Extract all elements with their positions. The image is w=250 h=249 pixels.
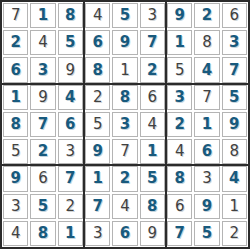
sudoku-cell-r5c2[interactable]: 7: [30, 112, 55, 137]
sudoku-cell-r1c8[interactable]: 2: [194, 3, 219, 28]
sudoku-cell-r1c2[interactable]: 1: [30, 3, 55, 28]
sudoku-cell-r3c2[interactable]: 3: [30, 57, 55, 82]
sudoku-cell-r3c9[interactable]: 7: [222, 57, 247, 82]
sudoku-cell-r4c2[interactable]: 9: [30, 85, 55, 110]
sudoku-cell-r7c3[interactable]: 7: [58, 166, 83, 191]
sudoku-cell-r7c6[interactable]: 5: [140, 166, 165, 191]
sudoku-cell-r3c7[interactable]: 5: [167, 57, 192, 82]
sudoku-cell-r7c1[interactable]: 9: [3, 166, 28, 191]
sudoku-cell-r9c2[interactable]: 8: [30, 221, 55, 246]
sudoku-cell-r1c1[interactable]: 7: [3, 3, 28, 28]
box-divider-horizontal-2: [2, 164, 248, 166]
sudoku-board: 7184539262456971836398125471942863758765…: [0, 0, 250, 249]
sudoku-cell-r2c3[interactable]: 5: [58, 30, 83, 55]
sudoku-cell-r8c8[interactable]: 9: [194, 194, 219, 219]
sudoku-cell-r3c6[interactable]: 2: [140, 57, 165, 82]
sudoku-cell-r2c2[interactable]: 4: [30, 30, 55, 55]
sudoku-cell-r6c9[interactable]: 8: [222, 139, 247, 164]
sudoku-cell-r4c3[interactable]: 4: [58, 85, 83, 110]
sudoku-cell-r9c9[interactable]: 2: [222, 221, 247, 246]
sudoku-cell-r8c1[interactable]: 3: [3, 194, 28, 219]
sudoku-cell-r1c3[interactable]: 8: [58, 3, 83, 28]
sudoku-cell-r5c5[interactable]: 3: [112, 112, 137, 137]
sudoku-cell-r7c9[interactable]: 4: [222, 166, 247, 191]
sudoku-cell-r2c4[interactable]: 6: [85, 30, 110, 55]
sudoku-cell-r8c9[interactable]: 1: [222, 194, 247, 219]
sudoku-cell-r6c3[interactable]: 3: [58, 139, 83, 164]
box-divider-horizontal-1: [2, 83, 248, 85]
sudoku-cell-r3c1[interactable]: 6: [3, 57, 28, 82]
sudoku-cell-r8c6[interactable]: 8: [140, 194, 165, 219]
sudoku-cell-r1c6[interactable]: 3: [140, 3, 165, 28]
sudoku-cell-r4c6[interactable]: 6: [140, 85, 165, 110]
sudoku-cell-r9c4[interactable]: 3: [85, 221, 110, 246]
sudoku-cell-r5c1[interactable]: 8: [3, 112, 28, 137]
sudoku-grid: 7184539262456971836398125471942863758765…: [2, 2, 248, 247]
sudoku-cell-r3c5[interactable]: 1: [112, 57, 137, 82]
sudoku-cell-r6c7[interactable]: 4: [167, 139, 192, 164]
sudoku-cell-r1c5[interactable]: 5: [112, 3, 137, 28]
sudoku-cell-r6c8[interactable]: 6: [194, 139, 219, 164]
sudoku-cell-r9c8[interactable]: 5: [194, 221, 219, 246]
sudoku-cell-r4c4[interactable]: 2: [85, 85, 110, 110]
sudoku-cell-r4c8[interactable]: 7: [194, 85, 219, 110]
sudoku-cell-r9c3[interactable]: 1: [58, 221, 83, 246]
sudoku-cell-r6c5[interactable]: 7: [112, 139, 137, 164]
sudoku-cell-r8c4[interactable]: 7: [85, 194, 110, 219]
sudoku-cell-r5c4[interactable]: 5: [85, 112, 110, 137]
sudoku-cell-r1c9[interactable]: 6: [222, 3, 247, 28]
sudoku-cell-r9c6[interactable]: 9: [140, 221, 165, 246]
sudoku-cell-r3c3[interactable]: 9: [58, 57, 83, 82]
sudoku-cell-r6c4[interactable]: 9: [85, 139, 110, 164]
sudoku-cell-r2c1[interactable]: 2: [3, 30, 28, 55]
box-divider-vertical-1: [83, 2, 85, 247]
sudoku-cell-r2c9[interactable]: 3: [222, 30, 247, 55]
sudoku-cell-r9c7[interactable]: 7: [167, 221, 192, 246]
sudoku-cell-r5c6[interactable]: 4: [140, 112, 165, 137]
sudoku-cell-r1c4[interactable]: 4: [85, 3, 110, 28]
sudoku-cell-r7c7[interactable]: 8: [167, 166, 192, 191]
sudoku-cell-r2c7[interactable]: 1: [167, 30, 192, 55]
sudoku-cell-r6c2[interactable]: 2: [30, 139, 55, 164]
sudoku-cell-r3c8[interactable]: 4: [194, 57, 219, 82]
sudoku-cell-r8c3[interactable]: 2: [58, 194, 83, 219]
sudoku-cell-r7c2[interactable]: 6: [30, 166, 55, 191]
sudoku-cell-r2c5[interactable]: 9: [112, 30, 137, 55]
sudoku-cell-r5c7[interactable]: 2: [167, 112, 192, 137]
sudoku-cell-r7c8[interactable]: 3: [194, 166, 219, 191]
sudoku-cell-r7c4[interactable]: 1: [85, 166, 110, 191]
sudoku-cell-r5c3[interactable]: 6: [58, 112, 83, 137]
sudoku-cell-r5c9[interactable]: 9: [222, 112, 247, 137]
sudoku-cell-r2c6[interactable]: 7: [140, 30, 165, 55]
sudoku-cell-r4c1[interactable]: 1: [3, 85, 28, 110]
box-divider-vertical-2: [165, 2, 167, 247]
sudoku-cell-r3c4[interactable]: 8: [85, 57, 110, 82]
sudoku-cell-r9c5[interactable]: 6: [112, 221, 137, 246]
sudoku-cell-r8c5[interactable]: 4: [112, 194, 137, 219]
sudoku-cell-r2c8[interactable]: 8: [194, 30, 219, 55]
sudoku-cell-r5c8[interactable]: 1: [194, 112, 219, 137]
sudoku-cell-r8c2[interactable]: 5: [30, 194, 55, 219]
sudoku-cell-r9c1[interactable]: 4: [3, 221, 28, 246]
sudoku-cell-r4c9[interactable]: 5: [222, 85, 247, 110]
sudoku-cell-r4c7[interactable]: 3: [167, 85, 192, 110]
sudoku-cell-r4c5[interactable]: 8: [112, 85, 137, 110]
sudoku-cell-r1c7[interactable]: 9: [167, 3, 192, 28]
sudoku-cell-r6c1[interactable]: 5: [3, 139, 28, 164]
sudoku-cell-r6c6[interactable]: 1: [140, 139, 165, 164]
sudoku-cell-r8c7[interactable]: 6: [167, 194, 192, 219]
sudoku-cell-r7c5[interactable]: 2: [112, 166, 137, 191]
